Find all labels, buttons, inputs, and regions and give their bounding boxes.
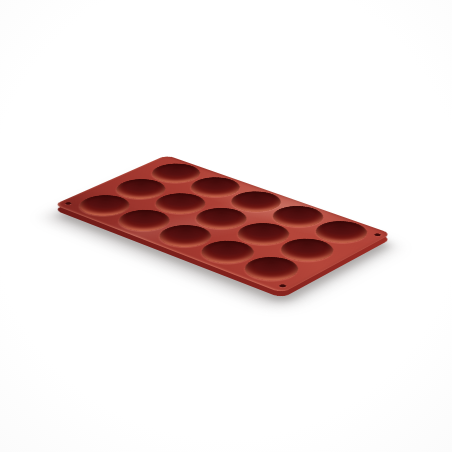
corner-hole-left — [64, 202, 72, 205]
corner-hole-right — [373, 233, 382, 237]
product-photo-scene — [0, 0, 452, 452]
corner-hole-bottom — [278, 284, 287, 288]
silicone-mold — [70, 134, 370, 304]
